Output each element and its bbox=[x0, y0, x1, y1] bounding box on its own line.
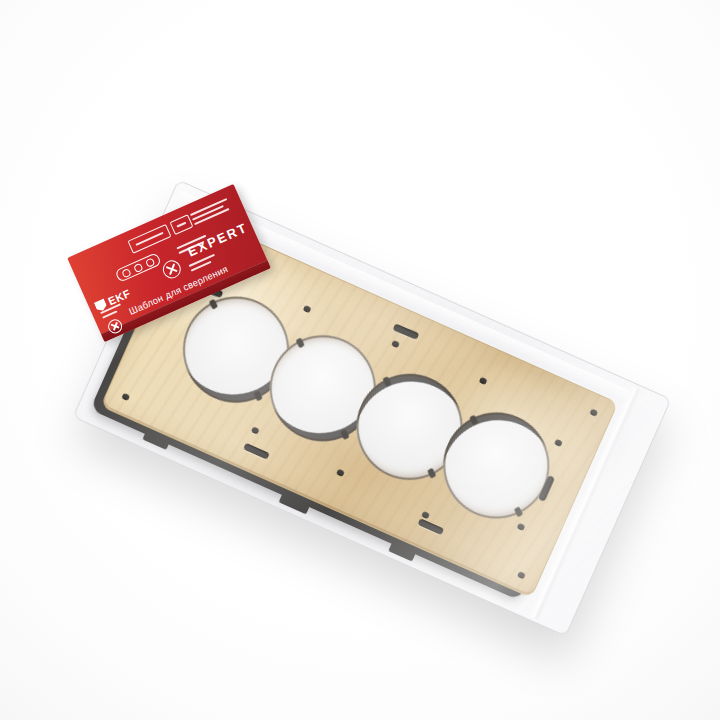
drill-dot bbox=[517, 571, 526, 579]
drill-dot bbox=[250, 426, 259, 434]
drill-dot bbox=[391, 340, 400, 348]
drill-dot bbox=[589, 408, 598, 416]
hole-notch bbox=[514, 506, 523, 517]
hole-notch bbox=[383, 376, 392, 387]
hole-notch bbox=[340, 429, 349, 440]
drill-dot bbox=[516, 523, 525, 531]
template-slot bbox=[418, 518, 445, 535]
product-photo-scene: EXPERT EKF Шаблон для сверления bbox=[0, 0, 720, 720]
template-slot bbox=[393, 323, 420, 339]
drill-dot bbox=[478, 376, 487, 384]
template-outline-icon bbox=[114, 252, 161, 283]
fine-print-lines bbox=[190, 198, 233, 228]
drill-dot bbox=[302, 305, 311, 313]
spec-badge-large bbox=[127, 224, 171, 254]
badge-text-blur bbox=[176, 222, 186, 228]
hole-notch bbox=[296, 337, 305, 348]
drill-dot bbox=[554, 438, 563, 446]
hole-notch bbox=[427, 467, 436, 478]
hole-notch bbox=[469, 414, 478, 425]
badge-text-blur bbox=[135, 232, 163, 246]
hole-notch bbox=[209, 298, 218, 309]
socket-circle-icon bbox=[160, 258, 184, 282]
spec-badge-small bbox=[169, 214, 193, 235]
hole-notch bbox=[254, 390, 263, 401]
drill-dot bbox=[336, 468, 345, 476]
drill-dot bbox=[121, 393, 130, 401]
template-slot bbox=[243, 442, 270, 459]
